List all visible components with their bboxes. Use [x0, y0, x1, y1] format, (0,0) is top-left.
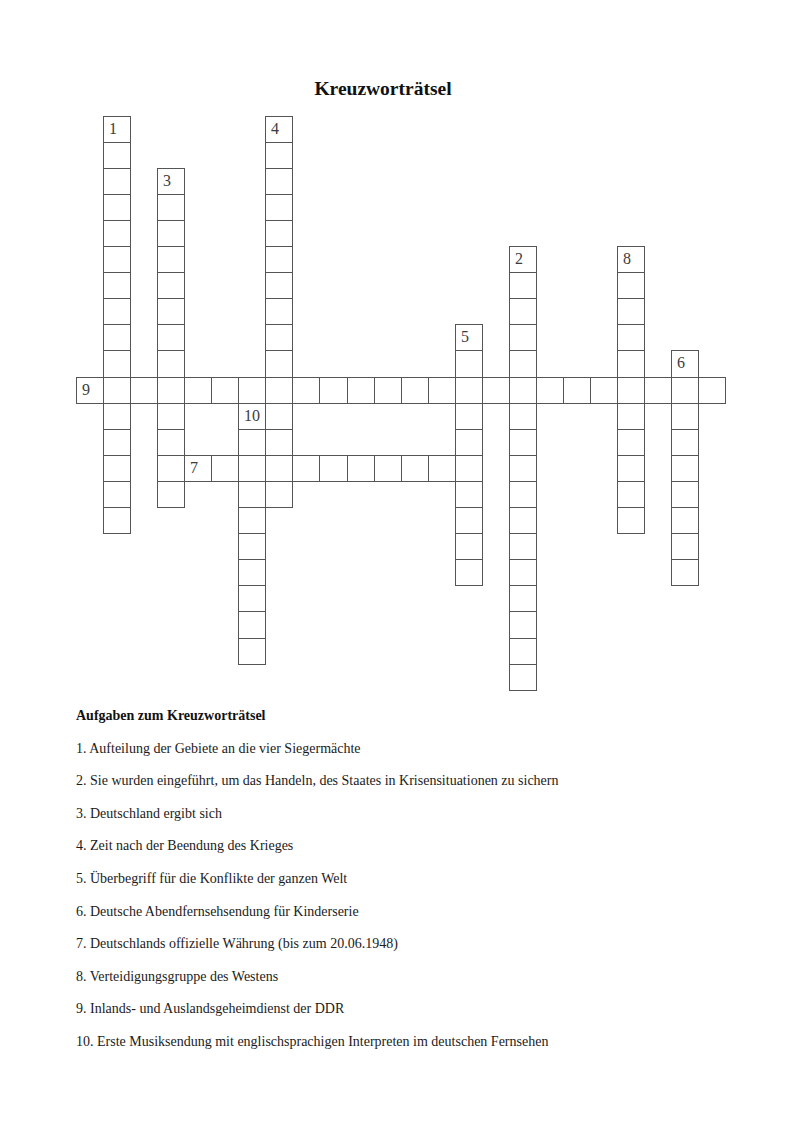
grid-cell[interactable] [509, 638, 537, 665]
grid-cell[interactable] [617, 377, 645, 404]
clue-item: 10. Erste Musiksendung mit englischsprac… [76, 1026, 736, 1059]
grid-cell[interactable] [130, 377, 158, 404]
grid-cell[interactable] [509, 377, 537, 404]
grid-cell[interactable] [292, 377, 320, 404]
grid-cell[interactable] [103, 272, 131, 299]
grid-cell[interactable] [509, 481, 537, 508]
grid-cell[interactable]: 1 [103, 116, 131, 143]
grid-cell[interactable]: 5 [455, 324, 483, 351]
grid-cell[interactable] [644, 377, 672, 404]
clue-item: 5. Überbegriff für die Konflikte der gan… [76, 863, 736, 896]
clue-number: 5 [456, 325, 482, 349]
grid-cell[interactable] [265, 194, 293, 221]
grid-cell[interactable] [292, 455, 320, 482]
grid-cell[interactable] [265, 481, 293, 508]
grid-cell[interactable] [509, 559, 537, 586]
grid-cell[interactable] [103, 168, 131, 195]
grid-cell[interactable] [671, 429, 699, 456]
grid-cell[interactable] [157, 455, 185, 482]
grid-cell[interactable] [184, 377, 212, 404]
grid-cell[interactable] [455, 403, 483, 430]
crossword-grid: 14328569107 [0, 0, 800, 700]
clue-number: 3 [158, 169, 184, 193]
grid-cell[interactable] [347, 377, 375, 404]
grid-cell[interactable] [671, 403, 699, 430]
clues-section: Aufgaben zum Kreuzworträtsel 1. Aufteilu… [76, 700, 736, 1059]
grid-cell[interactable] [157, 350, 185, 378]
grid-cell[interactable] [455, 350, 483, 378]
grid-cell[interactable] [374, 455, 402, 482]
grid-cell[interactable] [509, 298, 537, 325]
grid-cell[interactable] [157, 377, 185, 404]
grid-cell[interactable] [103, 481, 131, 508]
grid-cell[interactable] [428, 455, 456, 482]
grid-cell[interactable] [265, 403, 293, 430]
clue-number: 10 [239, 404, 265, 428]
grid-cell[interactable] [238, 611, 266, 639]
grid-cell[interactable]: 7 [184, 455, 212, 482]
grid-cell[interactable]: 10 [238, 403, 266, 430]
grid-cell[interactable]: 9 [76, 377, 104, 404]
grid-cell[interactable] [157, 481, 185, 508]
grid-cell[interactable] [509, 324, 537, 351]
grid-cell[interactable] [157, 220, 185, 247]
grid-cell[interactable] [265, 377, 293, 404]
grid-cell[interactable] [509, 350, 537, 378]
clues-heading: Aufgaben zum Kreuzworträtsel [76, 700, 736, 733]
grid-cell[interactable] [617, 455, 645, 482]
grid-cell[interactable] [617, 507, 645, 534]
grid-cell[interactable] [157, 429, 185, 456]
grid-cell[interactable] [536, 377, 564, 404]
clue-item: 7. Deutschlands offizielle Währung (bis … [76, 928, 736, 961]
grid-cell[interactable] [238, 377, 266, 404]
grid-cell[interactable] [455, 455, 483, 482]
grid-cell[interactable] [455, 559, 483, 586]
grid-cell[interactable] [103, 142, 131, 169]
grid-cell[interactable] [103, 246, 131, 273]
grid-cell[interactable] [265, 298, 293, 325]
grid-cell[interactable] [671, 455, 699, 482]
grid-cell[interactable] [103, 220, 131, 247]
grid-cell[interactable] [428, 377, 456, 404]
clue-item: 1. Aufteilung der Gebiete an die vier Si… [76, 733, 736, 766]
clue-number: 2 [510, 247, 536, 271]
grid-cell[interactable] [509, 272, 537, 299]
grid-cell[interactable] [617, 298, 645, 325]
clue-item: 8. Verteidigungsgruppe des Westens [76, 961, 736, 994]
grid-cell[interactable] [103, 455, 131, 482]
grid-cell[interactable] [671, 481, 699, 508]
grid-cell[interactable] [401, 455, 429, 482]
grid-cell[interactable] [265, 455, 293, 482]
grid-cell[interactable] [617, 429, 645, 456]
clue-number: 8 [618, 247, 644, 271]
grid-cell[interactable] [238, 638, 266, 665]
grid-cell[interactable] [509, 429, 537, 456]
grid-cell[interactable] [590, 377, 618, 404]
grid-cell[interactable]: 6 [671, 350, 699, 378]
grid-cell[interactable] [617, 403, 645, 430]
grid-cell[interactable] [509, 611, 537, 639]
grid-cell[interactable] [319, 455, 348, 482]
clue-list: 1. Aufteilung der Gebiete an die vier Si… [76, 733, 736, 1059]
grid-cell[interactable] [265, 246, 293, 273]
grid-cell[interactable] [617, 324, 645, 351]
clue-item: 4. Zeit nach der Beendung des Krieges [76, 830, 736, 863]
clue-item: 3. Deutschland ergibt sich [76, 798, 736, 831]
grid-cell[interactable] [103, 429, 131, 456]
grid-cell[interactable]: 2 [509, 246, 537, 273]
grid-cell[interactable] [157, 298, 185, 325]
grid-cell[interactable] [347, 455, 375, 482]
grid-cell[interactable] [509, 455, 537, 482]
grid-cell[interactable] [455, 507, 483, 534]
grid-cell[interactable] [319, 377, 348, 404]
grid-cell[interactable] [617, 350, 645, 378]
clue-number: 1 [104, 117, 130, 141]
grid-cell[interactable] [157, 324, 185, 351]
grid-cell[interactable] [671, 377, 699, 404]
grid-cell[interactable] [455, 533, 483, 560]
grid-cell[interactable]: 4 [265, 116, 293, 143]
grid-cell[interactable] [509, 664, 537, 691]
grid-cell[interactable] [617, 272, 645, 299]
grid-cell[interactable] [455, 481, 483, 508]
grid-cell[interactable] [265, 272, 293, 299]
grid-cell[interactable] [455, 377, 483, 404]
grid-cell[interactable] [509, 403, 537, 430]
grid-cell[interactable] [103, 324, 131, 351]
grid-cell[interactable] [265, 168, 293, 195]
grid-cell[interactable] [157, 194, 185, 221]
grid-cell[interactable] [238, 533, 266, 560]
grid-cell[interactable] [157, 246, 185, 273]
clue-number: 9 [77, 378, 103, 402]
grid-cell[interactable]: 3 [157, 168, 185, 195]
clue-number: 7 [185, 456, 211, 480]
grid-cell[interactable] [509, 507, 537, 534]
grid-cell[interactable] [103, 507, 131, 534]
grid-cell[interactable] [401, 377, 429, 404]
clue-item: 6. Deutsche Abendfernsehsendung für Kind… [76, 896, 736, 929]
grid-cell[interactable] [103, 377, 131, 404]
grid-cell[interactable] [265, 429, 293, 456]
clue-item: 9. Inlands- und Auslandsgeheimdienst der… [76, 993, 736, 1026]
grid-cell[interactable] [103, 350, 131, 378]
grid-cell[interactable] [563, 377, 591, 404]
grid-cell[interactable] [157, 272, 185, 299]
grid-cell[interactable] [671, 533, 699, 560]
grid-cell[interactable] [698, 377, 726, 404]
grid-cell[interactable] [238, 559, 266, 586]
grid-cell[interactable] [482, 377, 510, 404]
grid-cell[interactable] [671, 507, 699, 534]
grid-cell[interactable] [265, 142, 293, 169]
grid-cell[interactable] [509, 533, 537, 560]
grid-cell[interactable] [455, 429, 483, 456]
grid-cell[interactable] [103, 194, 131, 221]
crossword-page: Kreuzworträtsel 14328569107 Aufgaben zum… [0, 0, 800, 1132]
grid-cell[interactable] [238, 429, 266, 456]
grid-cell[interactable] [671, 559, 699, 586]
grid-cell[interactable] [103, 403, 131, 430]
grid-cell[interactable] [211, 377, 239, 404]
clue-number: 6 [672, 351, 698, 375]
grid-cell[interactable]: 8 [617, 246, 645, 273]
grid-cell[interactable] [265, 324, 293, 351]
clue-item: 2. Sie wurden eingeführt, um das Handeln… [76, 765, 736, 798]
grid-cell[interactable] [238, 507, 266, 534]
grid-cell[interactable] [157, 403, 185, 430]
grid-cell[interactable] [238, 455, 266, 482]
grid-cell[interactable] [265, 220, 293, 247]
grid-cell[interactable] [374, 377, 402, 404]
grid-cell[interactable] [103, 298, 131, 325]
grid-cell[interactable] [265, 350, 293, 378]
clue-number: 4 [266, 117, 292, 141]
grid-cell[interactable] [238, 585, 266, 612]
grid-cell[interactable] [617, 481, 645, 508]
grid-cell[interactable] [238, 481, 266, 508]
grid-cell[interactable] [509, 585, 537, 612]
grid-cell[interactable] [211, 455, 239, 482]
